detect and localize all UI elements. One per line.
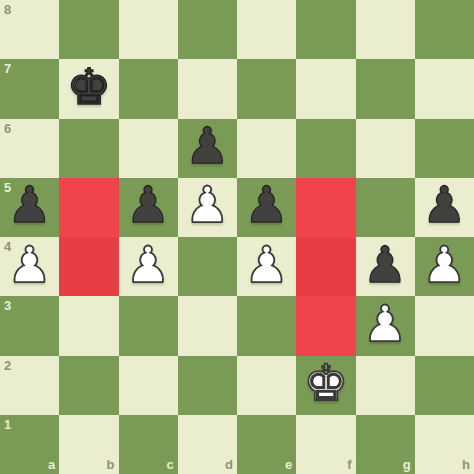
square-d2[interactable] xyxy=(178,356,237,415)
square-f2[interactable]: ♚ xyxy=(296,356,355,415)
black-pawn-piece[interactable]: ♟ xyxy=(422,180,467,230)
white-pawn-piece[interactable]: ♟ xyxy=(422,240,467,290)
black-pawn-piece[interactable]: ♟ xyxy=(363,240,408,290)
square-g1[interactable]: g xyxy=(356,415,415,474)
square-e1[interactable]: e xyxy=(237,415,296,474)
rank-label-6: 6 xyxy=(4,122,11,135)
square-h7[interactable] xyxy=(415,59,474,118)
square-a1[interactable]: 1a xyxy=(0,415,59,474)
file-label-g: g xyxy=(403,458,411,471)
square-f4[interactable] xyxy=(296,237,355,296)
white-king-piece[interactable]: ♚ xyxy=(303,358,348,408)
square-g5[interactable] xyxy=(356,178,415,237)
square-e6[interactable] xyxy=(237,119,296,178)
square-e8[interactable] xyxy=(237,0,296,59)
square-f3[interactable] xyxy=(296,296,355,355)
square-e4[interactable]: ♟ xyxy=(237,237,296,296)
square-g8[interactable] xyxy=(356,0,415,59)
square-e2[interactable] xyxy=(237,356,296,415)
square-c1[interactable]: c xyxy=(119,415,178,474)
file-label-a: a xyxy=(48,458,55,471)
file-label-b: b xyxy=(107,458,115,471)
square-b6[interactable] xyxy=(59,119,118,178)
square-c2[interactable] xyxy=(119,356,178,415)
square-f5[interactable] xyxy=(296,178,355,237)
square-b2[interactable] xyxy=(59,356,118,415)
square-d7[interactable] xyxy=(178,59,237,118)
black-king-piece[interactable]: ♚ xyxy=(66,62,111,112)
black-pawn-piece[interactable]: ♟ xyxy=(126,180,171,230)
square-g2[interactable] xyxy=(356,356,415,415)
square-h3[interactable] xyxy=(415,296,474,355)
rank-label-1: 1 xyxy=(4,418,11,431)
file-label-c: c xyxy=(167,458,174,471)
square-a8[interactable]: 8 xyxy=(0,0,59,59)
square-f6[interactable] xyxy=(296,119,355,178)
square-b4[interactable] xyxy=(59,237,118,296)
white-pawn-piece[interactable]: ♟ xyxy=(363,299,408,349)
square-d8[interactable] xyxy=(178,0,237,59)
black-pawn-piece[interactable]: ♟ xyxy=(185,121,230,171)
square-g6[interactable] xyxy=(356,119,415,178)
square-c6[interactable] xyxy=(119,119,178,178)
white-pawn-piece[interactable]: ♟ xyxy=(244,240,289,290)
square-c3[interactable] xyxy=(119,296,178,355)
file-label-d: d xyxy=(225,458,233,471)
file-label-h: h xyxy=(462,458,470,471)
square-g3[interactable]: ♟ xyxy=(356,296,415,355)
square-a2[interactable]: 2 xyxy=(0,356,59,415)
rank-label-3: 3 xyxy=(4,299,11,312)
square-d6[interactable]: ♟ xyxy=(178,119,237,178)
square-a4[interactable]: 4♟ xyxy=(0,237,59,296)
rank-label-8: 8 xyxy=(4,3,11,16)
square-c7[interactable] xyxy=(119,59,178,118)
square-d3[interactable] xyxy=(178,296,237,355)
square-b1[interactable]: b xyxy=(59,415,118,474)
white-pawn-piece[interactable]: ♟ xyxy=(126,240,171,290)
square-h5[interactable]: ♟ xyxy=(415,178,474,237)
rank-label-7: 7 xyxy=(4,62,11,75)
square-f7[interactable] xyxy=(296,59,355,118)
square-b3[interactable] xyxy=(59,296,118,355)
square-d4[interactable] xyxy=(178,237,237,296)
square-b7[interactable]: ♚ xyxy=(59,59,118,118)
white-pawn-piece[interactable]: ♟ xyxy=(7,240,52,290)
square-f1[interactable]: f xyxy=(296,415,355,474)
square-a3[interactable]: 3 xyxy=(0,296,59,355)
white-pawn-piece[interactable]: ♟ xyxy=(185,180,230,230)
square-f8[interactable] xyxy=(296,0,355,59)
square-h6[interactable] xyxy=(415,119,474,178)
square-c8[interactable] xyxy=(119,0,178,59)
square-e5[interactable]: ♟ xyxy=(237,178,296,237)
square-a7[interactable]: 7 xyxy=(0,59,59,118)
square-b5[interactable] xyxy=(59,178,118,237)
rank-label-2: 2 xyxy=(4,359,11,372)
square-e3[interactable] xyxy=(237,296,296,355)
square-h2[interactable] xyxy=(415,356,474,415)
square-g4[interactable]: ♟ xyxy=(356,237,415,296)
square-a5[interactable]: 5♟ xyxy=(0,178,59,237)
square-h1[interactable]: h xyxy=(415,415,474,474)
file-label-e: e xyxy=(285,458,292,471)
square-e7[interactable] xyxy=(237,59,296,118)
square-c4[interactable]: ♟ xyxy=(119,237,178,296)
square-d5[interactable]: ♟ xyxy=(178,178,237,237)
black-pawn-piece[interactable]: ♟ xyxy=(7,180,52,230)
chess-board: 87♚6♟5♟♟♟♟♟4♟♟♟♟♟3♟2♚1abcdefgh xyxy=(0,0,474,474)
square-g7[interactable] xyxy=(356,59,415,118)
file-label-f: f xyxy=(347,458,351,471)
square-d1[interactable]: d xyxy=(178,415,237,474)
black-pawn-piece[interactable]: ♟ xyxy=(244,180,289,230)
square-b8[interactable] xyxy=(59,0,118,59)
square-h8[interactable] xyxy=(415,0,474,59)
square-c5[interactable]: ♟ xyxy=(119,178,178,237)
square-a6[interactable]: 6 xyxy=(0,119,59,178)
square-h4[interactable]: ♟ xyxy=(415,237,474,296)
